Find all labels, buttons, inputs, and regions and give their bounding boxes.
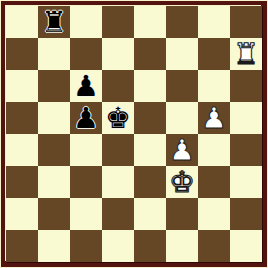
- square-g6[interactable]: [198, 70, 230, 102]
- square-d5[interactable]: ♚: [102, 102, 134, 134]
- square-d7[interactable]: [102, 38, 134, 70]
- square-g7[interactable]: [198, 38, 230, 70]
- piece-black-pawn-c5[interactable]: ♟: [73, 102, 99, 134]
- square-h8[interactable]: [230, 6, 262, 38]
- square-e2[interactable]: [134, 198, 166, 230]
- square-c4[interactable]: [70, 134, 102, 166]
- square-b7[interactable]: [38, 38, 70, 70]
- square-c5[interactable]: ♟: [70, 102, 102, 134]
- square-b1[interactable]: [38, 230, 70, 262]
- square-e8[interactable]: [134, 6, 166, 38]
- square-g1[interactable]: [198, 230, 230, 262]
- square-h4[interactable]: [230, 134, 262, 166]
- piece-white-pawn-g5[interactable]: ♟: [201, 102, 227, 134]
- square-a4[interactable]: [6, 134, 38, 166]
- square-g2[interactable]: [198, 198, 230, 230]
- square-e1[interactable]: [134, 230, 166, 262]
- square-h7[interactable]: ♜: [230, 38, 262, 70]
- square-b8[interactable]: ♜: [38, 6, 70, 38]
- square-c8[interactable]: [70, 6, 102, 38]
- square-c2[interactable]: [70, 198, 102, 230]
- square-h6[interactable]: [230, 70, 262, 102]
- piece-black-pawn-c6[interactable]: ♟: [73, 70, 99, 102]
- square-a7[interactable]: [6, 38, 38, 70]
- square-e7[interactable]: [134, 38, 166, 70]
- square-b3[interactable]: [38, 166, 70, 198]
- square-g8[interactable]: [198, 6, 230, 38]
- chess-board-frame: ♜♜♟♟♚♟♟♚: [0, 0, 268, 268]
- square-a1[interactable]: [6, 230, 38, 262]
- square-a6[interactable]: [6, 70, 38, 102]
- square-h2[interactable]: [230, 198, 262, 230]
- square-g4[interactable]: [198, 134, 230, 166]
- square-b4[interactable]: [38, 134, 70, 166]
- square-c6[interactable]: ♟: [70, 70, 102, 102]
- square-f3[interactable]: ♚: [166, 166, 198, 198]
- square-b6[interactable]: [38, 70, 70, 102]
- piece-black-rook-b8[interactable]: ♜: [41, 6, 67, 38]
- square-d4[interactable]: [102, 134, 134, 166]
- square-f1[interactable]: [166, 230, 198, 262]
- square-f2[interactable]: [166, 198, 198, 230]
- piece-white-rook-h7[interactable]: ♜: [233, 38, 259, 70]
- square-e3[interactable]: [134, 166, 166, 198]
- square-e5[interactable]: [134, 102, 166, 134]
- piece-white-king-f3[interactable]: ♚: [169, 166, 195, 198]
- square-c7[interactable]: [70, 38, 102, 70]
- square-f6[interactable]: [166, 70, 198, 102]
- square-d6[interactable]: [102, 70, 134, 102]
- square-b5[interactable]: [38, 102, 70, 134]
- piece-white-pawn-f4[interactable]: ♟: [169, 134, 195, 166]
- square-d1[interactable]: [102, 230, 134, 262]
- square-b2[interactable]: [38, 198, 70, 230]
- piece-black-king-d5[interactable]: ♚: [105, 102, 131, 134]
- square-d8[interactable]: [102, 6, 134, 38]
- square-d3[interactable]: [102, 166, 134, 198]
- square-h1[interactable]: [230, 230, 262, 262]
- square-a3[interactable]: [6, 166, 38, 198]
- square-g3[interactable]: [198, 166, 230, 198]
- square-a5[interactable]: [6, 102, 38, 134]
- square-g5[interactable]: ♟: [198, 102, 230, 134]
- square-a8[interactable]: [6, 6, 38, 38]
- square-a2[interactable]: [6, 198, 38, 230]
- square-h3[interactable]: [230, 166, 262, 198]
- square-c1[interactable]: [70, 230, 102, 262]
- square-c3[interactable]: [70, 166, 102, 198]
- square-d2[interactable]: [102, 198, 134, 230]
- square-f5[interactable]: [166, 102, 198, 134]
- square-e4[interactable]: [134, 134, 166, 166]
- square-f4[interactable]: ♟: [166, 134, 198, 166]
- square-h5[interactable]: [230, 102, 262, 134]
- square-e6[interactable]: [134, 70, 166, 102]
- chess-board: ♜♜♟♟♚♟♟♚: [6, 6, 262, 262]
- square-f8[interactable]: [166, 6, 198, 38]
- square-f7[interactable]: [166, 38, 198, 70]
